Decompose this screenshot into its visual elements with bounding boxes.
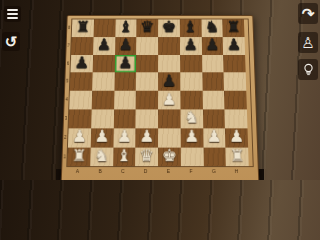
square-a4[interactable] — [69, 91, 92, 109]
white-pawn-d2[interactable]: ♟ — [139, 128, 154, 146]
square-b5[interactable] — [92, 73, 114, 91]
file-label-b: B — [89, 168, 112, 174]
square-f3[interactable]: ♞ — [180, 109, 203, 128]
white-pawn-g2[interactable]: ♟ — [206, 128, 221, 146]
file-label-e: E — [157, 168, 180, 174]
black-pawn-h7[interactable]: ♟ — [226, 36, 241, 53]
black-rook-h8[interactable]: ♜ — [226, 19, 241, 36]
square-d7[interactable] — [136, 37, 158, 55]
square-a8[interactable]: ♜ — [72, 19, 94, 37]
file-label-a: A — [66, 168, 89, 174]
square-a5[interactable] — [70, 73, 93, 91]
menu-button[interactable] — [4, 6, 21, 22]
square-c2[interactable]: ♟ — [113, 128, 136, 147]
black-knight-g8[interactable]: ♞ — [205, 19, 220, 36]
square-b4[interactable] — [91, 91, 114, 109]
square-a2[interactable]: ♟ — [68, 128, 91, 147]
square-e6[interactable] — [158, 55, 180, 73]
white-king-e1[interactable]: ♚ — [162, 147, 177, 166]
file-label-h: H — [225, 168, 248, 174]
square-d8[interactable]: ♛ — [137, 19, 159, 37]
white-rook-h1[interactable]: ♜ — [229, 147, 245, 166]
rank-label-4: 4 — [64, 91, 69, 109]
lightbulb-icon — [303, 63, 314, 77]
undo-button[interactable]: ↺ — [2, 32, 20, 51]
hamburger-icon — [7, 13, 18, 15]
square-c4[interactable] — [114, 91, 136, 109]
white-rook-a1[interactable]: ♜ — [71, 147, 87, 166]
square-c6[interactable]: ♟ — [114, 55, 136, 73]
rank-label-8: 8 — [67, 19, 71, 37]
black-pawn-c7[interactable]: ♟ — [118, 36, 133, 53]
file-labels: ABCDEFGH — [66, 168, 254, 174]
square-c3[interactable] — [113, 109, 136, 128]
square-e3[interactable] — [158, 109, 180, 128]
undo-icon: ↺ — [5, 33, 18, 51]
white-knight-f3[interactable]: ♞ — [184, 109, 199, 127]
black-pawn-f7[interactable]: ♟ — [183, 36, 198, 53]
square-e1[interactable]: ♚ — [158, 147, 181, 166]
white-bishop-c1[interactable]: ♝ — [116, 147, 131, 166]
file-label-f: F — [180, 168, 203, 174]
black-pawn-g7[interactable]: ♟ — [205, 36, 220, 53]
square-c1[interactable]: ♝ — [113, 147, 136, 166]
square-g5[interactable] — [202, 73, 224, 91]
square-e2[interactable] — [158, 128, 181, 147]
black-bishop-f8[interactable]: ♝ — [183, 19, 198, 36]
board-area: 87654321 ♜♝♛♚♝♞♜♟♟♟♟♟♟♟♟♟♞♟♟♟♟♟♟♟♜♞♝♛♚♜ … — [57, 0, 263, 180]
square-h8[interactable]: ♜ — [222, 19, 244, 37]
square-e5[interactable]: ♟ — [158, 73, 180, 91]
square-d4[interactable] — [136, 91, 158, 109]
black-king-e8[interactable]: ♚ — [162, 19, 176, 36]
square-a7[interactable] — [71, 37, 93, 55]
square-c5[interactable] — [114, 73, 136, 91]
redo-button[interactable]: ↷ — [298, 3, 318, 24]
rank-label-3: 3 — [64, 109, 69, 128]
square-c7[interactable]: ♟ — [115, 37, 137, 55]
square-g4[interactable] — [202, 91, 225, 109]
square-f2[interactable]: ♟ — [180, 128, 203, 147]
file-label-g: G — [202, 168, 225, 174]
square-d6[interactable] — [136, 55, 158, 73]
redo-icon: ↷ — [302, 5, 315, 23]
square-g8[interactable]: ♞ — [201, 19, 223, 37]
square-h7[interactable]: ♟ — [223, 37, 245, 55]
square-f5[interactable] — [180, 73, 202, 91]
rank-label-1: 1 — [62, 147, 67, 166]
square-f7[interactable]: ♟ — [180, 37, 202, 55]
white-pawn-e4[interactable]: ♟ — [162, 90, 177, 108]
white-queen-d1[interactable]: ♛ — [139, 147, 154, 166]
square-b8[interactable] — [93, 19, 115, 37]
rank-label-2: 2 — [63, 128, 68, 147]
square-g1[interactable] — [203, 147, 226, 166]
square-d1[interactable]: ♛ — [135, 147, 158, 166]
square-b3[interactable] — [91, 109, 114, 128]
square-h6[interactable] — [223, 55, 245, 73]
square-g6[interactable] — [202, 55, 224, 73]
square-b6[interactable] — [92, 55, 114, 73]
square-g2[interactable]: ♟ — [203, 128, 226, 147]
choose-piece-button[interactable]: ♙ — [298, 32, 318, 53]
black-pawn-e5[interactable]: ♟ — [162, 72, 177, 89]
rank-label-7: 7 — [66, 37, 70, 55]
square-a6[interactable]: ♟ — [70, 55, 92, 73]
square-f4[interactable] — [180, 91, 202, 109]
square-g7[interactable]: ♟ — [201, 37, 223, 55]
pawn-icon: ♙ — [301, 34, 314, 52]
square-h4[interactable] — [224, 91, 247, 109]
square-b7[interactable]: ♟ — [93, 37, 115, 55]
white-pawn-f2[interactable]: ♟ — [184, 128, 199, 146]
square-b1[interactable]: ♞ — [90, 147, 113, 166]
file-label-c: C — [111, 168, 134, 174]
square-h2[interactable]: ♟ — [225, 128, 248, 147]
square-a3[interactable] — [69, 109, 92, 128]
square-h5[interactable] — [224, 73, 246, 91]
square-d2[interactable]: ♟ — [135, 128, 158, 147]
hamburger-icon — [7, 17, 18, 19]
rank-label-5: 5 — [65, 73, 70, 91]
square-b2[interactable]: ♟ — [90, 128, 113, 147]
square-h1[interactable]: ♜ — [226, 147, 249, 166]
white-pawn-h2[interactable]: ♟ — [229, 128, 245, 146]
square-a1[interactable]: ♜ — [67, 147, 90, 166]
black-queen-d8[interactable]: ♛ — [140, 19, 155, 36]
square-f1[interactable] — [181, 147, 204, 166]
rank-label-6: 6 — [66, 55, 70, 73]
square-f8[interactable]: ♝ — [180, 19, 202, 37]
square-h3[interactable] — [225, 109, 248, 128]
black-bishop-c8[interactable]: ♝ — [118, 19, 133, 36]
white-pawn-b2[interactable]: ♟ — [94, 128, 109, 146]
square-g3[interactable] — [202, 109, 225, 128]
hamburger-icon — [7, 9, 18, 11]
square-e4[interactable]: ♟ — [158, 91, 180, 109]
black-pawn-a6[interactable]: ♟ — [74, 54, 89, 71]
file-label-d: D — [134, 168, 157, 174]
white-knight-b1[interactable]: ♞ — [94, 147, 110, 166]
square-d5[interactable] — [136, 73, 158, 91]
black-pawn-c6[interactable]: ♟ — [118, 54, 133, 71]
white-pawn-c2[interactable]: ♟ — [117, 128, 132, 146]
black-pawn-b7[interactable]: ♟ — [96, 36, 111, 53]
black-rook-a8[interactable]: ♜ — [75, 19, 90, 36]
square-f6[interactable] — [180, 55, 202, 73]
white-pawn-a2[interactable]: ♟ — [72, 128, 88, 146]
hint-button[interactable] — [298, 59, 318, 80]
square-c8[interactable]: ♝ — [115, 19, 137, 37]
chess-board[interactable]: ♜♝♛♚♝♞♜♟♟♟♟♟♟♟♟♟♞♟♟♟♟♟♟♟♜♞♝♛♚♜ — [66, 19, 254, 168]
square-e8[interactable]: ♚ — [158, 19, 180, 37]
square-e7[interactable] — [158, 37, 180, 55]
board-frame: 87654321 ♜♝♛♚♝♞♜♟♟♟♟♟♟♟♟♟♞♟♟♟♟♟♟♟♜♞♝♛♚♜ … — [61, 15, 260, 180]
square-d3[interactable] — [136, 109, 158, 128]
